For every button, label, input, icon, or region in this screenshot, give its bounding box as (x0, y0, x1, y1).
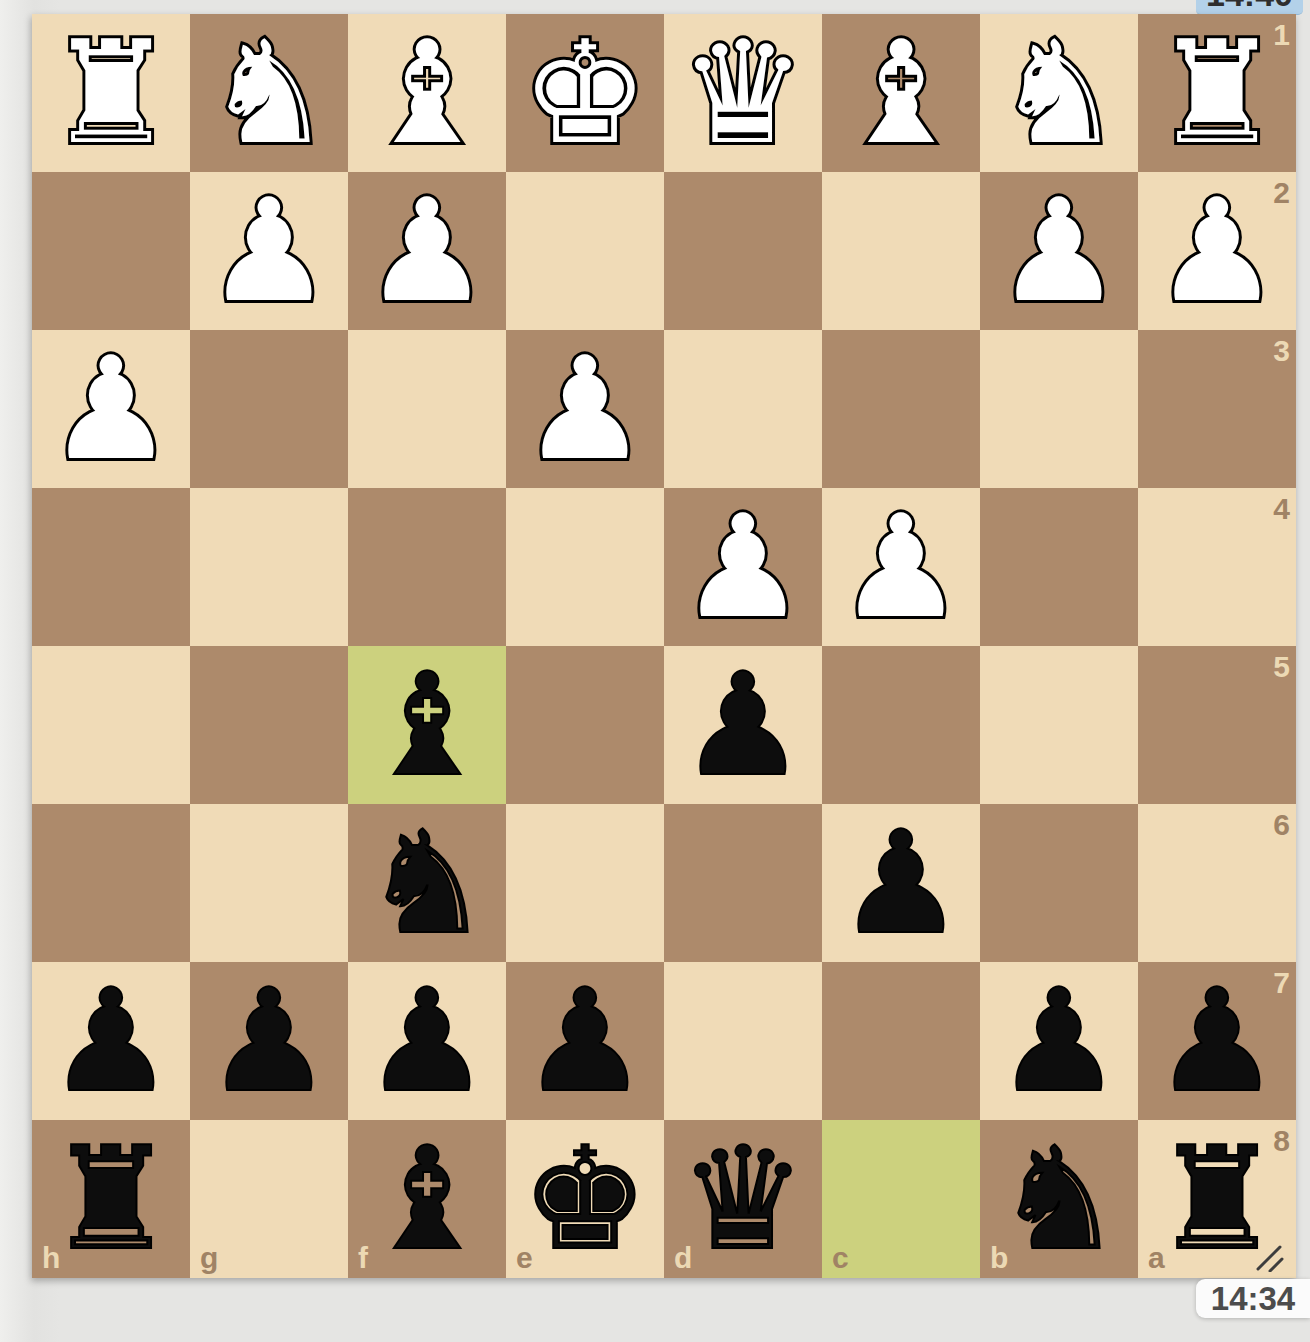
white-pawn[interactable]: ♟ (664, 488, 822, 646)
white-bishop[interactable]: ♝ (348, 14, 506, 172)
black-bishop[interactable]: ♝ (348, 646, 506, 804)
square-h7[interactable]: ♟ (32, 962, 190, 1120)
square-e4[interactable] (506, 488, 664, 646)
square-d7[interactable] (664, 962, 822, 1120)
black-pawn[interactable]: ♟ (348, 962, 506, 1120)
square-h8[interactable]: ♜ (32, 1120, 190, 1278)
clock-bottom-time: 14:34 (1211, 1280, 1295, 1318)
square-g5[interactable] (190, 646, 348, 804)
white-knight[interactable]: ♞ (980, 14, 1138, 172)
white-pawn[interactable]: ♟ (348, 172, 506, 330)
square-f3[interactable] (348, 330, 506, 488)
square-e6[interactable] (506, 804, 664, 962)
square-c4[interactable]: ♟ (822, 488, 980, 646)
white-rook[interactable]: ♜ (32, 14, 190, 172)
page: 14:40 ♜♞♝♚♛♝♞♜♟♟♟♟♟♟♟♟♝♟♞♟♟♟♟♟♟♟♜♝♚♛♞♜ 1… (0, 0, 1310, 1342)
white-pawn[interactable]: ♟ (506, 330, 664, 488)
square-g3[interactable] (190, 330, 348, 488)
white-pawn[interactable]: ♟ (32, 330, 190, 488)
white-pawn[interactable]: ♟ (980, 172, 1138, 330)
square-d3[interactable] (664, 330, 822, 488)
square-a3[interactable] (1138, 330, 1296, 488)
black-rook[interactable]: ♜ (32, 1120, 190, 1278)
square-d4[interactable]: ♟ (664, 488, 822, 646)
square-g8[interactable] (190, 1120, 348, 1278)
square-b5[interactable] (980, 646, 1138, 804)
square-c5[interactable] (822, 646, 980, 804)
square-g7[interactable]: ♟ (190, 962, 348, 1120)
white-king[interactable]: ♚ (506, 14, 664, 172)
square-c6[interactable]: ♟ (822, 804, 980, 962)
black-pawn[interactable]: ♟ (980, 962, 1138, 1120)
square-b2[interactable]: ♟ (980, 172, 1138, 330)
square-f6[interactable]: ♞ (348, 804, 506, 962)
square-f1[interactable]: ♝ (348, 14, 506, 172)
square-a7[interactable]: ♟ (1138, 962, 1296, 1120)
square-f8[interactable]: ♝ (348, 1120, 506, 1278)
square-c3[interactable] (822, 330, 980, 488)
white-pawn[interactable]: ♟ (1138, 172, 1296, 330)
square-e8[interactable]: ♚ (506, 1120, 664, 1278)
square-d2[interactable] (664, 172, 822, 330)
square-b1[interactable]: ♞ (980, 14, 1138, 172)
black-knight[interactable]: ♞ (980, 1120, 1138, 1278)
square-d1[interactable]: ♛ (664, 14, 822, 172)
square-c8[interactable] (822, 1120, 980, 1278)
square-g6[interactable] (190, 804, 348, 962)
square-b3[interactable] (980, 330, 1138, 488)
white-pawn[interactable]: ♟ (822, 488, 980, 646)
square-a5[interactable] (1138, 646, 1296, 804)
square-d6[interactable] (664, 804, 822, 962)
square-e7[interactable]: ♟ (506, 962, 664, 1120)
black-pawn[interactable]: ♟ (1138, 962, 1296, 1120)
black-bishop[interactable]: ♝ (348, 1120, 506, 1278)
black-pawn[interactable]: ♟ (32, 962, 190, 1120)
square-b4[interactable] (980, 488, 1138, 646)
square-g4[interactable] (190, 488, 348, 646)
white-rook[interactable]: ♜ (1138, 14, 1296, 172)
white-queen[interactable]: ♛ (664, 14, 822, 172)
square-f2[interactable]: ♟ (348, 172, 506, 330)
square-a1[interactable]: ♜ (1138, 14, 1296, 172)
square-b8[interactable]: ♞ (980, 1120, 1138, 1278)
chess-board: ♜♞♝♚♛♝♞♜♟♟♟♟♟♟♟♟♝♟♞♟♟♟♟♟♟♟♜♝♚♛♞♜ 1234567… (32, 14, 1296, 1278)
clock-bottom: 14:34 (1196, 1279, 1310, 1318)
square-b7[interactable]: ♟ (980, 962, 1138, 1120)
black-pawn[interactable]: ♟ (190, 962, 348, 1120)
square-f7[interactable]: ♟ (348, 962, 506, 1120)
square-e1[interactable]: ♚ (506, 14, 664, 172)
square-c2[interactable] (822, 172, 980, 330)
square-e5[interactable] (506, 646, 664, 804)
black-knight[interactable]: ♞ (348, 804, 506, 962)
square-e2[interactable] (506, 172, 664, 330)
square-h1[interactable]: ♜ (32, 14, 190, 172)
square-e3[interactable]: ♟ (506, 330, 664, 488)
square-d8[interactable]: ♛ (664, 1120, 822, 1278)
white-pawn[interactable]: ♟ (190, 172, 348, 330)
square-d5[interactable]: ♟ (664, 646, 822, 804)
square-h4[interactable] (32, 488, 190, 646)
square-h3[interactable]: ♟ (32, 330, 190, 488)
square-f5[interactable]: ♝ (348, 646, 506, 804)
white-bishop[interactable]: ♝ (822, 14, 980, 172)
square-c1[interactable]: ♝ (822, 14, 980, 172)
square-b6[interactable] (980, 804, 1138, 962)
square-g1[interactable]: ♞ (190, 14, 348, 172)
square-c7[interactable] (822, 962, 980, 1120)
black-queen[interactable]: ♛ (664, 1120, 822, 1278)
resize-handle[interactable] (1254, 1244, 1284, 1272)
square-a6[interactable] (1138, 804, 1296, 962)
square-a2[interactable]: ♟ (1138, 172, 1296, 330)
black-king[interactable]: ♚ (506, 1120, 664, 1278)
black-pawn[interactable]: ♟ (506, 962, 664, 1120)
white-knight[interactable]: ♞ (190, 14, 348, 172)
square-g2[interactable]: ♟ (190, 172, 348, 330)
square-f4[interactable] (348, 488, 506, 646)
black-pawn[interactable]: ♟ (664, 646, 822, 804)
square-a4[interactable] (1138, 488, 1296, 646)
square-h2[interactable] (32, 172, 190, 330)
square-h6[interactable] (32, 804, 190, 962)
square-h5[interactable] (32, 646, 190, 804)
black-pawn[interactable]: ♟ (822, 804, 980, 962)
